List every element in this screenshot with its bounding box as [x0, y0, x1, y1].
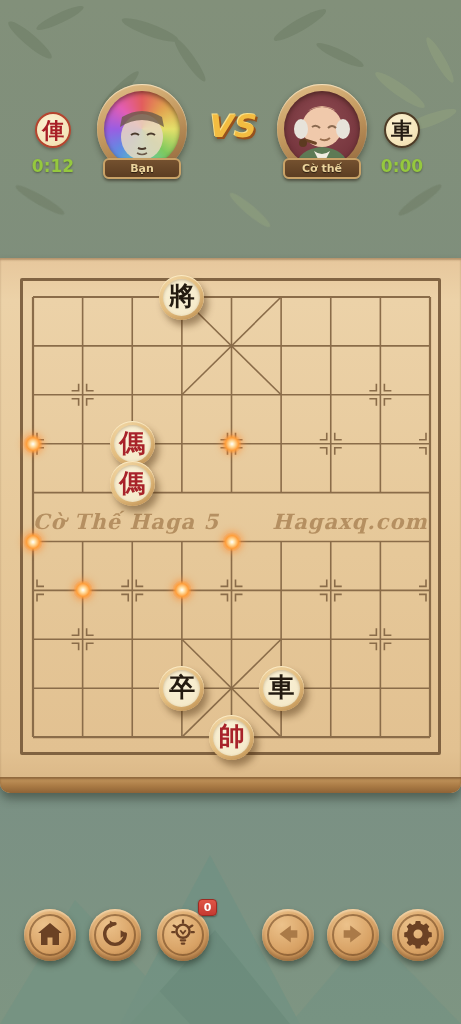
red-piece-傌[interactable]: 傌: [110, 421, 155, 466]
left-side-piece-glyph: 俥: [42, 119, 64, 141]
legal-move-marker[interactable]: [23, 434, 43, 454]
left-player-seat: 俥 0:12: [18, 112, 88, 176]
right-player-timer: 0:00: [367, 156, 437, 176]
left-player-card[interactable]: Bạn: [90, 84, 194, 179]
vs-label: VS: [204, 108, 258, 144]
black-piece-卒[interactable]: 卒: [159, 666, 204, 711]
watermark-right: Hagaxq.com: [272, 509, 427, 534]
replay-icon: [100, 919, 130, 952]
replay-button[interactable]: [89, 909, 141, 961]
gear-icon: [403, 919, 433, 952]
legal-move-marker[interactable]: [222, 532, 242, 552]
match-header: 俥 0:12 Bạn VS: [0, 0, 461, 258]
home-button[interactable]: [24, 909, 76, 961]
right-side-piece-glyph: 車: [391, 119, 413, 141]
hint-count-badge: 0: [198, 899, 217, 916]
legal-move-marker[interactable]: [73, 580, 93, 600]
black-piece-車[interactable]: 車: [259, 666, 304, 711]
legal-move-marker[interactable]: [222, 434, 242, 454]
arrow-left-icon: [274, 920, 302, 951]
app-screen: 俥 0:12 Bạn VS: [0, 0, 461, 1024]
piece-glyph: 將: [169, 283, 195, 309]
left-avatar: [104, 91, 180, 167]
arrow-right-icon: [339, 920, 367, 951]
left-player-name: Bạn: [103, 158, 181, 179]
piece-glyph: 傌: [119, 470, 145, 496]
right-side-piece-icon: 車: [384, 112, 420, 148]
black-piece-將[interactable]: 將: [159, 275, 204, 320]
legal-move-marker[interactable]: [23, 532, 43, 552]
settings-button[interactable]: [392, 909, 444, 961]
watermark-left: Cờ Thế Haga 5: [33, 509, 219, 534]
piece-glyph: 帥: [219, 723, 245, 749]
lightbulb-icon: [168, 919, 198, 952]
red-piece-傌[interactable]: 傌: [110, 461, 155, 506]
right-player-seat: 車 0:00: [367, 112, 437, 176]
prev-move-button[interactable]: [262, 909, 314, 961]
left-player-timer: 0:12: [18, 156, 88, 176]
right-player-card[interactable]: Cờ thế: [270, 84, 374, 179]
right-avatar: [284, 91, 360, 167]
hint-button[interactable]: [157, 909, 209, 961]
right-player-name: Cờ thế: [283, 158, 361, 179]
next-move-button[interactable]: [327, 909, 379, 961]
red-piece-帥[interactable]: 帥: [209, 715, 254, 760]
piece-glyph: 卒: [169, 674, 195, 700]
xiangqi-board[interactable]: Cờ Thế Haga 5 Hagaxq.com 將傌傌卒車帥: [0, 258, 461, 793]
home-icon: [35, 919, 65, 952]
left-side-piece-icon: 俥: [35, 112, 71, 148]
board-bottom-edge: [0, 777, 461, 793]
piece-glyph: 傌: [119, 430, 145, 456]
piece-glyph: 車: [268, 674, 294, 700]
